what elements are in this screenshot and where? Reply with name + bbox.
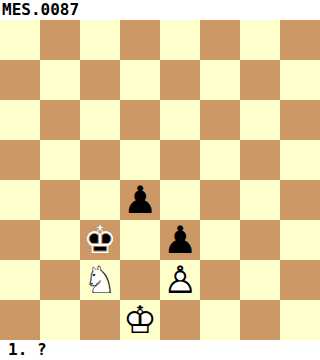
- square-g8[interactable]: [240, 20, 280, 60]
- square-c1[interactable]: [80, 300, 120, 340]
- square-b2[interactable]: [40, 260, 80, 300]
- square-c8[interactable]: [80, 20, 120, 60]
- square-c3[interactable]: ♚♔: [80, 220, 120, 260]
- piece-white-knight[interactable]: ♞♘: [80, 260, 120, 300]
- white-pawn-outline: ♙: [160, 260, 200, 300]
- square-b4[interactable]: [40, 180, 80, 220]
- black-pawn-glyph: ♟: [160, 220, 200, 260]
- white-pawn-glyph: ♟: [160, 260, 200, 300]
- piece-black-pawn[interactable]: ♟: [160, 220, 200, 260]
- square-f4[interactable]: [200, 180, 240, 220]
- white-knight-outline: ♘: [80, 260, 120, 300]
- white-king-outline: ♔: [120, 300, 160, 340]
- piece-white-pawn[interactable]: ♟♙: [160, 260, 200, 300]
- square-b6[interactable]: [40, 100, 80, 140]
- square-e7[interactable]: [160, 60, 200, 100]
- square-b7[interactable]: [40, 60, 80, 100]
- square-a6[interactable]: [0, 100, 40, 140]
- square-f5[interactable]: [200, 140, 240, 180]
- square-a3[interactable]: [0, 220, 40, 260]
- square-a2[interactable]: [0, 260, 40, 300]
- square-c7[interactable]: [80, 60, 120, 100]
- square-c2[interactable]: ♞♘: [80, 260, 120, 300]
- square-g4[interactable]: [240, 180, 280, 220]
- square-c4[interactable]: [80, 180, 120, 220]
- move-prompt-bar: 1. ?: [0, 340, 320, 360]
- square-d3[interactable]: [120, 220, 160, 260]
- square-f8[interactable]: [200, 20, 240, 60]
- square-b5[interactable]: [40, 140, 80, 180]
- square-c5[interactable]: [80, 140, 120, 180]
- square-h6[interactable]: [280, 100, 320, 140]
- square-f7[interactable]: [200, 60, 240, 100]
- square-d1[interactable]: ♚♔: [120, 300, 160, 340]
- square-g7[interactable]: [240, 60, 280, 100]
- square-h4[interactable]: [280, 180, 320, 220]
- square-h7[interactable]: [280, 60, 320, 100]
- square-d7[interactable]: [120, 60, 160, 100]
- square-c6[interactable]: [80, 100, 120, 140]
- square-h2[interactable]: [280, 260, 320, 300]
- square-a5[interactable]: [0, 140, 40, 180]
- piece-white-king[interactable]: ♚♔: [120, 300, 160, 340]
- square-a7[interactable]: [0, 60, 40, 100]
- square-f2[interactable]: [200, 260, 240, 300]
- square-g5[interactable]: [240, 140, 280, 180]
- square-b1[interactable]: [40, 300, 80, 340]
- square-f1[interactable]: [200, 300, 240, 340]
- square-h5[interactable]: [280, 140, 320, 180]
- piece-black-king[interactable]: ♚♔: [80, 220, 120, 260]
- chess-board: ♟♚♔♟♞♘♟♙♚♔: [0, 20, 320, 340]
- square-d2[interactable]: [120, 260, 160, 300]
- black-king-glyph: ♚: [80, 220, 120, 260]
- square-a8[interactable]: [0, 20, 40, 60]
- square-d8[interactable]: [120, 20, 160, 60]
- square-e8[interactable]: [160, 20, 200, 60]
- square-d4[interactable]: ♟: [120, 180, 160, 220]
- white-king-glyph: ♚: [120, 300, 160, 340]
- square-e5[interactable]: [160, 140, 200, 180]
- square-e4[interactable]: [160, 180, 200, 220]
- square-h3[interactable]: [280, 220, 320, 260]
- square-e1[interactable]: [160, 300, 200, 340]
- square-g1[interactable]: [240, 300, 280, 340]
- square-a4[interactable]: [0, 180, 40, 220]
- square-f3[interactable]: [200, 220, 240, 260]
- square-g2[interactable]: [240, 260, 280, 300]
- square-a1[interactable]: [0, 300, 40, 340]
- square-g6[interactable]: [240, 100, 280, 140]
- square-b8[interactable]: [40, 20, 80, 60]
- black-pawn-glyph: ♟: [120, 180, 160, 220]
- square-d5[interactable]: [120, 140, 160, 180]
- square-e6[interactable]: [160, 100, 200, 140]
- piece-black-pawn[interactable]: ♟: [120, 180, 160, 220]
- white-knight-glyph: ♞: [80, 260, 120, 300]
- puzzle-id: MES.0087: [0, 0, 79, 20]
- title-bar: MES.0087: [0, 0, 320, 20]
- square-h1[interactable]: [280, 300, 320, 340]
- square-f6[interactable]: [200, 100, 240, 140]
- square-b3[interactable]: [40, 220, 80, 260]
- square-g3[interactable]: [240, 220, 280, 260]
- square-e3[interactable]: ♟: [160, 220, 200, 260]
- black-king-outline: ♔: [80, 220, 120, 260]
- move-prompt: 1. ?: [0, 340, 47, 360]
- square-d6[interactable]: [120, 100, 160, 140]
- square-h8[interactable]: [280, 20, 320, 60]
- square-e2[interactable]: ♟♙: [160, 260, 200, 300]
